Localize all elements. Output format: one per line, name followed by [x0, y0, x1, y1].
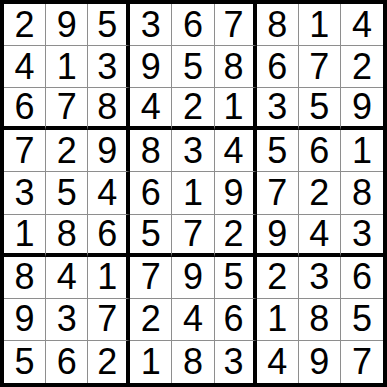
cell-r2c2[interactable]: 1: [46, 46, 88, 88]
cell-r3c9[interactable]: 9: [341, 88, 383, 130]
cell-r5c9[interactable]: 8: [341, 172, 383, 214]
cell-r7c5[interactable]: 9: [172, 257, 214, 299]
cell-r1c7[interactable]: 8: [257, 4, 299, 46]
cell-r2c1[interactable]: 4: [4, 46, 46, 88]
cell-r6c7[interactable]: 9: [257, 215, 299, 257]
cell-r6c3[interactable]: 6: [88, 215, 130, 257]
cell-r6c6[interactable]: 2: [215, 215, 257, 257]
cell-r5c2[interactable]: 5: [46, 172, 88, 214]
cell-r2c7[interactable]: 6: [257, 46, 299, 88]
cell-r9c5[interactable]: 8: [172, 341, 214, 383]
cell-r8c7[interactable]: 1: [257, 299, 299, 341]
cell-r3c6[interactable]: 1: [215, 88, 257, 130]
cell-r2c5[interactable]: 5: [172, 46, 214, 88]
cell-r9c8[interactable]: 9: [299, 341, 341, 383]
cell-r6c9[interactable]: 3: [341, 215, 383, 257]
cell-r2c9[interactable]: 2: [341, 46, 383, 88]
cell-r3c8[interactable]: 5: [299, 88, 341, 130]
cell-r8c4[interactable]: 2: [130, 299, 172, 341]
cell-r3c3[interactable]: 8: [88, 88, 130, 130]
cell-r5c5[interactable]: 1: [172, 172, 214, 214]
cell-r3c4[interactable]: 4: [130, 88, 172, 130]
cell-r7c4[interactable]: 7: [130, 257, 172, 299]
sudoku-board: 2953678144139586726784213597298345613546…: [0, 0, 387, 387]
cell-r7c3[interactable]: 1: [88, 257, 130, 299]
cell-r7c9[interactable]: 6: [341, 257, 383, 299]
cell-r4c1[interactable]: 7: [4, 130, 46, 172]
cell-r8c9[interactable]: 5: [341, 299, 383, 341]
cell-r9c6[interactable]: 3: [215, 341, 257, 383]
cell-r1c8[interactable]: 1: [299, 4, 341, 46]
cell-r6c8[interactable]: 4: [299, 215, 341, 257]
cell-r1c6[interactable]: 7: [215, 4, 257, 46]
cell-r7c8[interactable]: 3: [299, 257, 341, 299]
cell-r4c8[interactable]: 6: [299, 130, 341, 172]
cell-r8c6[interactable]: 6: [215, 299, 257, 341]
cell-r9c7[interactable]: 4: [257, 341, 299, 383]
cell-r4c7[interactable]: 5: [257, 130, 299, 172]
cell-r1c4[interactable]: 3: [130, 4, 172, 46]
cell-r9c1[interactable]: 5: [4, 341, 46, 383]
cell-r8c5[interactable]: 4: [172, 299, 214, 341]
cell-r4c3[interactable]: 9: [88, 130, 130, 172]
cell-r3c1[interactable]: 6: [4, 88, 46, 130]
cell-r6c1[interactable]: 1: [4, 215, 46, 257]
cell-r1c5[interactable]: 6: [172, 4, 214, 46]
cell-r4c2[interactable]: 2: [46, 130, 88, 172]
cell-r7c1[interactable]: 8: [4, 257, 46, 299]
cell-r2c4[interactable]: 9: [130, 46, 172, 88]
cell-r9c4[interactable]: 1: [130, 341, 172, 383]
cell-r3c7[interactable]: 3: [257, 88, 299, 130]
cell-r7c2[interactable]: 4: [46, 257, 88, 299]
cell-r6c2[interactable]: 8: [46, 215, 88, 257]
cell-r9c2[interactable]: 6: [46, 341, 88, 383]
cell-r3c5[interactable]: 2: [172, 88, 214, 130]
cell-r4c4[interactable]: 8: [130, 130, 172, 172]
cell-r8c2[interactable]: 3: [46, 299, 88, 341]
cell-r5c8[interactable]: 2: [299, 172, 341, 214]
cell-r5c6[interactable]: 9: [215, 172, 257, 214]
cell-r8c8[interactable]: 8: [299, 299, 341, 341]
cell-r7c6[interactable]: 5: [215, 257, 257, 299]
cell-r2c8[interactable]: 7: [299, 46, 341, 88]
cell-r2c3[interactable]: 3: [88, 46, 130, 88]
cell-r7c7[interactable]: 2: [257, 257, 299, 299]
cell-r4c5[interactable]: 3: [172, 130, 214, 172]
cell-r5c4[interactable]: 6: [130, 172, 172, 214]
cell-r1c3[interactable]: 5: [88, 4, 130, 46]
cell-r6c4[interactable]: 5: [130, 215, 172, 257]
cell-r5c3[interactable]: 4: [88, 172, 130, 214]
cell-r4c9[interactable]: 1: [341, 130, 383, 172]
cell-r1c2[interactable]: 9: [46, 4, 88, 46]
cell-r6c5[interactable]: 7: [172, 215, 214, 257]
cell-r5c1[interactable]: 3: [4, 172, 46, 214]
cell-r4c6[interactable]: 4: [215, 130, 257, 172]
cell-r8c3[interactable]: 7: [88, 299, 130, 341]
cell-r5c7[interactable]: 7: [257, 172, 299, 214]
cell-r9c3[interactable]: 2: [88, 341, 130, 383]
cell-r2c6[interactable]: 8: [215, 46, 257, 88]
cell-r8c1[interactable]: 9: [4, 299, 46, 341]
cell-r3c2[interactable]: 7: [46, 88, 88, 130]
cell-r1c1[interactable]: 2: [4, 4, 46, 46]
cell-r9c9[interactable]: 7: [341, 341, 383, 383]
cell-r1c9[interactable]: 4: [341, 4, 383, 46]
